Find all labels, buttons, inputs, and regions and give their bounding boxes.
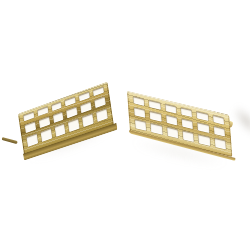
grid-hole bbox=[23, 112, 34, 122]
grid-hole bbox=[37, 107, 48, 117]
grid-hole bbox=[214, 138, 226, 150]
grid-hole bbox=[213, 115, 225, 125]
grid-hole bbox=[182, 119, 194, 130]
grid-hole bbox=[82, 113, 94, 127]
grid-hole bbox=[181, 108, 193, 118]
grid-hole bbox=[198, 122, 210, 133]
grid-hole bbox=[183, 131, 195, 143]
grid-hole bbox=[150, 111, 162, 122]
grid-hole bbox=[134, 107, 146, 118]
grid-hole bbox=[51, 102, 62, 112]
scene bbox=[0, 0, 250, 250]
grid-hole bbox=[213, 126, 225, 137]
right-earring bbox=[127, 91, 232, 157]
earring-grid bbox=[127, 91, 232, 157]
earring-pin bbox=[2, 137, 18, 144]
grid-hole bbox=[165, 104, 177, 114]
grid-hole bbox=[167, 127, 179, 139]
grid-hole bbox=[66, 106, 77, 118]
grid-hole bbox=[68, 118, 80, 132]
grid-hole bbox=[54, 123, 66, 137]
grid-hole bbox=[96, 108, 108, 122]
grid-hole bbox=[151, 123, 163, 135]
grid-hole bbox=[94, 96, 105, 108]
grid-hole bbox=[166, 115, 178, 126]
grid-hole bbox=[65, 97, 76, 107]
grid-hole bbox=[197, 111, 209, 121]
object-layer bbox=[0, 0, 250, 250]
grid-hole bbox=[135, 119, 147, 131]
grid-hole bbox=[40, 128, 52, 142]
left-earring bbox=[18, 82, 114, 158]
grid-hole bbox=[133, 96, 145, 106]
grid-hole bbox=[25, 122, 36, 134]
grid-hole bbox=[93, 87, 104, 97]
grid-hole bbox=[39, 117, 50, 129]
grid-hole bbox=[79, 92, 90, 102]
grid-hole bbox=[80, 101, 91, 113]
grid-hole bbox=[26, 133, 38, 147]
grid-hole bbox=[53, 111, 64, 123]
grid-hole bbox=[149, 100, 161, 110]
grid-hole bbox=[198, 134, 210, 146]
